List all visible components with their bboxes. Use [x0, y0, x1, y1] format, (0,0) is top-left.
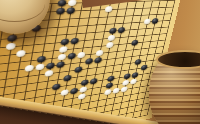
black-stone	[66, 7, 76, 14]
black-stone	[60, 38, 70, 45]
black-stone	[123, 73, 131, 80]
black-stone	[105, 82, 113, 89]
black-stone	[80, 79, 89, 86]
bowl-lid-seam	[0, 0, 45, 22]
black-stone	[84, 58, 93, 65]
white-stone	[5, 42, 16, 50]
white-stone	[120, 86, 128, 93]
black-stone	[7, 34, 18, 42]
black-stone	[134, 59, 142, 66]
black-stone	[45, 62, 55, 70]
white-stone	[35, 63, 45, 71]
black-stone	[131, 72, 139, 79]
white-stone	[44, 70, 54, 78]
white-stone	[79, 86, 88, 93]
white-stone	[104, 6, 113, 13]
white-stone	[57, 53, 67, 60]
go-photo-scene	[0, 0, 200, 124]
white-stone	[122, 79, 130, 86]
black-stone	[36, 55, 46, 63]
black-stone	[108, 27, 117, 34]
black-stone	[117, 27, 126, 34]
white-stone	[77, 93, 86, 100]
black-stone	[67, 52, 77, 59]
black-stone	[56, 61, 66, 68]
white-stone	[95, 50, 104, 57]
black-stone	[55, 7, 65, 14]
black-stone	[69, 87, 78, 94]
black-stone	[63, 74, 72, 81]
white-stone	[129, 78, 137, 85]
white-stone	[112, 87, 120, 94]
white-stone	[67, 0, 77, 6]
rattan-basket	[149, 50, 200, 124]
white-stone	[58, 46, 68, 53]
black-stone	[74, 66, 83, 73]
black-stone	[70, 37, 80, 44]
white-stone	[143, 18, 151, 24]
white-stone	[15, 50, 26, 58]
white-stone	[77, 51, 86, 58]
white-stone	[24, 64, 35, 72]
black-stone	[57, 0, 67, 7]
black-stone	[131, 39, 139, 46]
black-stone	[140, 64, 148, 70]
white-stone	[107, 35, 116, 42]
black-stone	[151, 18, 159, 24]
black-stone	[89, 78, 98, 85]
white-stone	[105, 42, 114, 49]
black-stone	[94, 57, 103, 64]
white-stone	[104, 89, 112, 96]
white-stone	[60, 89, 69, 96]
black-stone	[51, 83, 61, 91]
black-stone	[107, 75, 115, 82]
